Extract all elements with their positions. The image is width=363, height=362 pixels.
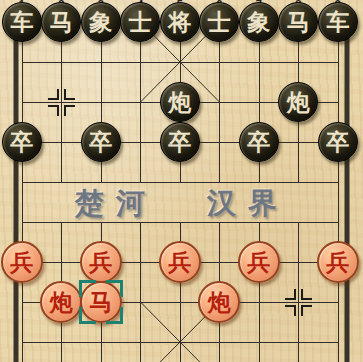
- point-marker-corner: [64, 89, 75, 100]
- piece-glyph: 炮: [168, 91, 191, 114]
- point-marker: [48, 89, 75, 116]
- piece-glyph: 兵: [89, 251, 112, 274]
- piece-glyph: 卒: [10, 131, 33, 154]
- piece-glyph: 卒: [326, 131, 349, 154]
- black-chariot[interactable]: 车: [318, 2, 358, 42]
- piece-glyph: 马: [89, 291, 112, 314]
- piece-glyph: 卒: [168, 131, 191, 154]
- black-cannon[interactable]: 炮: [278, 82, 318, 122]
- piece-glyph: 炮: [208, 291, 231, 314]
- red-soldier[interactable]: 兵: [238, 241, 280, 283]
- piece-glyph: 兵: [326, 251, 349, 274]
- piece-glyph: 士: [129, 11, 152, 34]
- black-soldier[interactable]: 卒: [318, 122, 358, 162]
- piece-glyph: 兵: [247, 251, 270, 274]
- red-soldier[interactable]: 兵: [159, 241, 201, 283]
- piece-glyph: 将: [168, 11, 191, 34]
- point-marker-corner: [48, 89, 59, 100]
- piece-glyph: 炮: [50, 291, 73, 314]
- black-general[interactable]: 将: [160, 2, 200, 42]
- piece-glyph: 炮: [287, 91, 310, 114]
- black-elephant[interactable]: 象: [239, 2, 279, 42]
- piece-glyph: 兵: [10, 251, 33, 274]
- red-soldier[interactable]: 兵: [1, 241, 43, 283]
- black-horse[interactable]: 马: [278, 2, 318, 42]
- black-cannon[interactable]: 炮: [160, 82, 200, 122]
- black-soldier[interactable]: 卒: [81, 122, 121, 162]
- piece-glyph: 马: [50, 11, 73, 34]
- point-marker-corner: [301, 289, 312, 300]
- black-soldier[interactable]: 卒: [2, 122, 42, 162]
- piece-glyph: 象: [247, 11, 270, 34]
- point-marker-corner: [48, 105, 59, 116]
- xiangqi-board[interactable]: 123456789 楚河 汉界 车马象士将士象马车炮炮卒卒卒卒卒兵兵兵兵兵炮马炮: [0, 0, 363, 362]
- black-advisor[interactable]: 士: [199, 2, 239, 42]
- red-cannon[interactable]: 炮: [40, 281, 82, 323]
- red-cannon[interactable]: 炮: [198, 281, 240, 323]
- red-soldier[interactable]: 兵: [317, 241, 359, 283]
- piece-glyph: 象: [89, 11, 112, 34]
- piece-glyph: 卒: [89, 131, 112, 154]
- pieces-layer[interactable]: 车马象士将士象马车炮炮卒卒卒卒卒兵兵兵兵兵炮马炮: [2, 2, 358, 362]
- black-elephant[interactable]: 象: [81, 2, 121, 42]
- red-soldier[interactable]: 兵: [80, 241, 122, 283]
- piece-glyph: 马: [287, 11, 310, 34]
- piece-glyph: 卒: [247, 131, 270, 154]
- black-soldier[interactable]: 卒: [160, 122, 200, 162]
- black-horse[interactable]: 马: [41, 2, 81, 42]
- point-marker-corner: [64, 105, 75, 116]
- piece-glyph: 车: [10, 11, 33, 34]
- black-advisor[interactable]: 士: [120, 2, 160, 42]
- point-marker-corner: [285, 289, 296, 300]
- piece-glyph: 车: [326, 11, 349, 34]
- piece-glyph: 士: [208, 11, 231, 34]
- point-marker-corner: [301, 305, 312, 316]
- black-soldier[interactable]: 卒: [239, 122, 279, 162]
- point-marker: [285, 289, 312, 316]
- red-horse[interactable]: 马: [80, 281, 122, 323]
- black-chariot[interactable]: 车: [2, 2, 42, 42]
- piece-glyph: 兵: [168, 251, 191, 274]
- point-marker-corner: [285, 305, 296, 316]
